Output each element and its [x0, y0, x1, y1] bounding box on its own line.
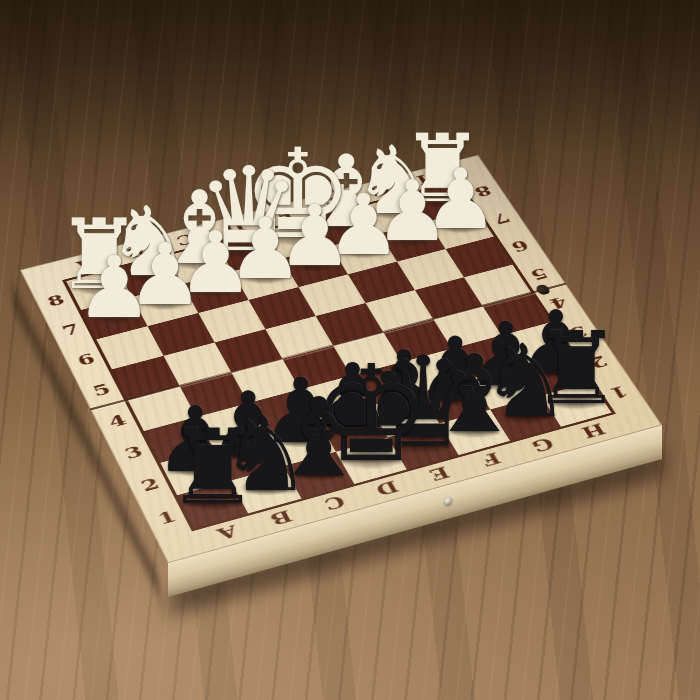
file-label-near-h: H — [579, 421, 609, 441]
file-label-near-g: G — [529, 435, 557, 454]
file-label-far-f: F — [321, 195, 343, 211]
file-label-near-a: A — [214, 523, 240, 543]
rank-label-right-4: 4 — [547, 295, 570, 312]
file-label-far-c: C — [174, 231, 198, 248]
file-label-near-d: D — [373, 478, 401, 498]
file-label-near-b: B — [267, 508, 295, 528]
rank-label-left-1: 1 — [155, 507, 179, 526]
screw-icon — [445, 496, 453, 505]
rank-label-right-2: 2 — [586, 353, 610, 370]
rank-label-right-5: 5 — [528, 266, 551, 282]
rank-label-left-6: 6 — [75, 350, 98, 367]
rank-label-left-5: 5 — [90, 381, 113, 399]
file-label-far-a: A — [74, 256, 98, 273]
rank-label-left-8: 8 — [45, 292, 67, 309]
rank-label-left-4: 4 — [106, 411, 129, 429]
rank-label-right-7: 7 — [490, 211, 513, 227]
rank-label-right-1: 1 — [607, 384, 631, 402]
file-label-far-d: D — [222, 219, 248, 236]
hinge-clasp-icon — [534, 284, 551, 296]
file-label-far-g: G — [367, 183, 392, 199]
file-label-far-e: E — [272, 207, 295, 223]
rank-label-left-7: 7 — [59, 321, 81, 338]
file-label-near-c: C — [321, 493, 348, 513]
file-label-near-e: E — [427, 464, 453, 483]
chess-set-photo: 8877665544332211AABBCCDDEEFFGGHH ♜♞♝♛♚♝♞… — [0, 0, 700, 700]
file-label-far-b: B — [124, 244, 149, 261]
rank-label-right-6: 6 — [509, 238, 532, 254]
rank-label-right-3: 3 — [566, 324, 590, 341]
rank-label-right-8: 8 — [472, 184, 494, 199]
rank-label-left-3: 3 — [122, 443, 145, 461]
file-label-near-f: F — [479, 450, 504, 468]
rank-label-left-2: 2 — [138, 475, 162, 494]
